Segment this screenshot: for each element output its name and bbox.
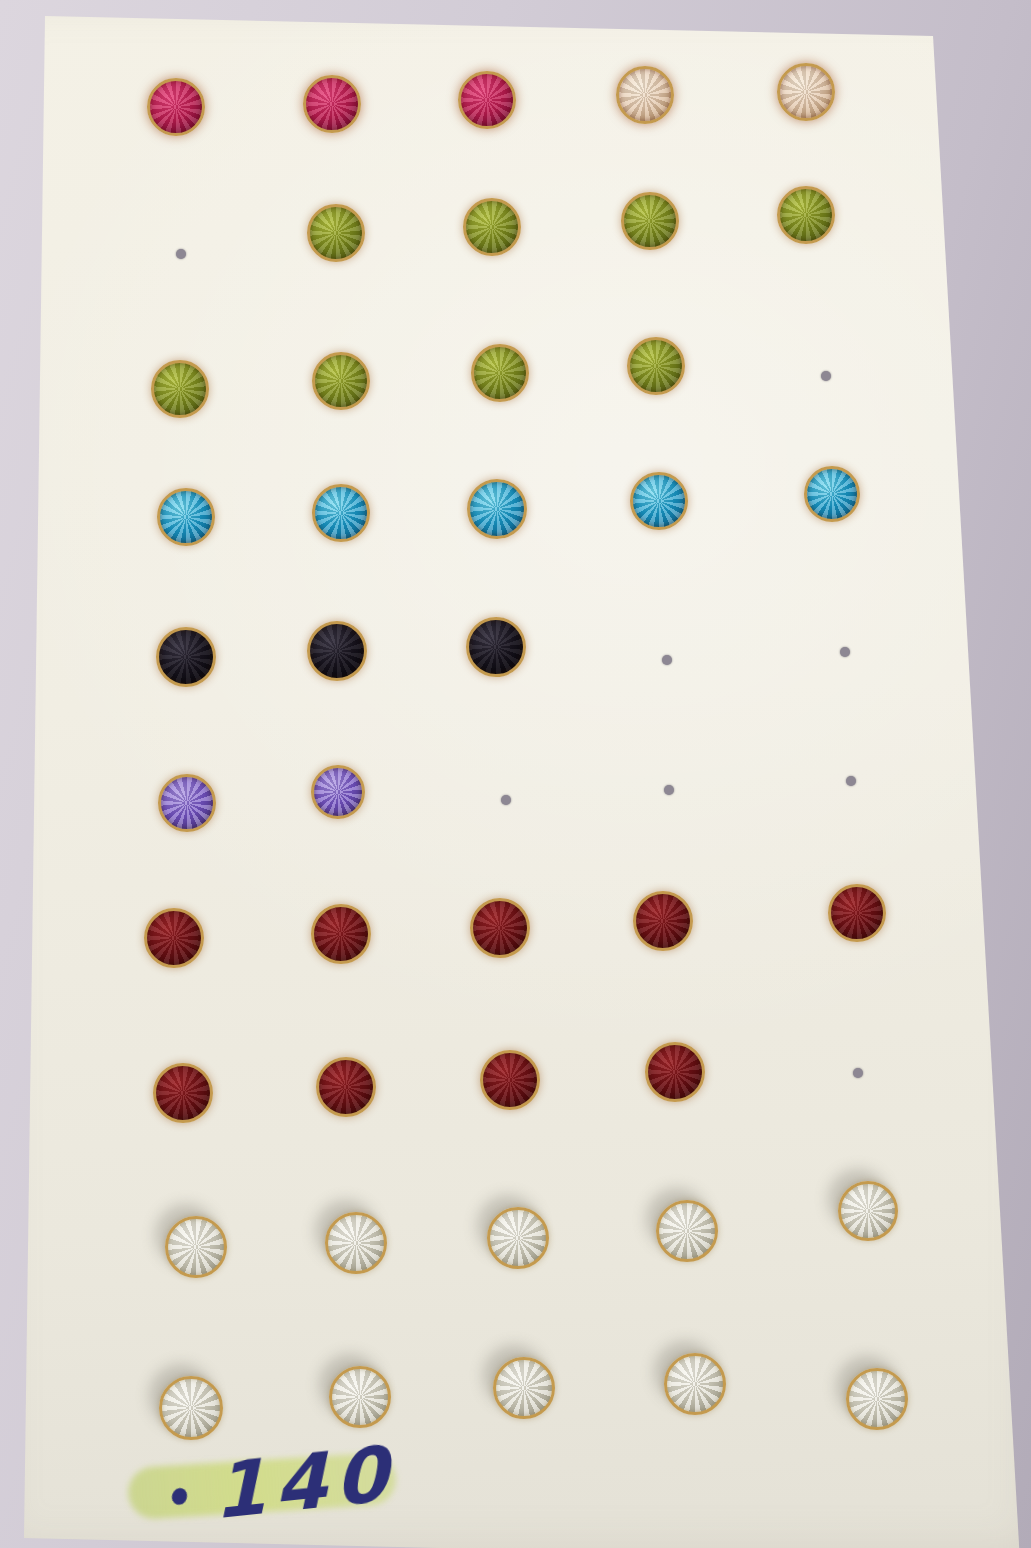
photo-scene: 140 <box>0 0 1031 1548</box>
stud-clear-r9c5 <box>838 1181 898 1241</box>
empty-pin-hole-r6c3 <box>501 795 511 805</box>
stud-olive-r3c1 <box>151 360 209 418</box>
stud-garnet-r7c3 <box>470 898 530 958</box>
stud-black-r5c1 <box>156 627 216 687</box>
stud-ruby-r1c3 <box>458 71 516 129</box>
stud-purple-r6c1 <box>158 774 216 832</box>
stud-black-r5c2 <box>307 621 367 681</box>
stud-olive-r2c2 <box>307 204 365 262</box>
stud-clear-r10c3 <box>493 1357 555 1419</box>
handwritten-price: 140 <box>212 1428 397 1536</box>
stud-clear-r10c4 <box>664 1353 726 1415</box>
empty-pin-hole-r3c5 <box>821 371 831 381</box>
stud-champagne-r1c4 <box>616 66 674 124</box>
stud-garnet-r8c1 <box>153 1063 213 1123</box>
empty-pin-hole-r6c4 <box>664 785 674 795</box>
stud-blue-r4c1 <box>157 488 215 546</box>
stud-olive-r2c4 <box>621 192 679 250</box>
empty-pin-hole-r8c5 <box>853 1068 863 1078</box>
stud-garnet-r7c2 <box>311 904 371 964</box>
stud-olive-r3c4 <box>627 337 685 395</box>
stud-olive-r2c3 <box>463 198 521 256</box>
stud-olive-r3c2 <box>312 352 370 410</box>
stud-clear-r10c2 <box>329 1366 391 1428</box>
stud-blue-r4c3 <box>467 479 527 539</box>
stud-clear-r10c5 <box>846 1368 908 1430</box>
stud-clear-r9c1 <box>165 1216 227 1278</box>
stud-blue-r4c5 <box>804 466 860 522</box>
stud-purple-r6c2 <box>311 765 365 819</box>
stud-garnet-r7c1 <box>144 908 204 968</box>
stud-blue-r4c2 <box>312 484 370 542</box>
stud-olive-r2c5 <box>777 186 835 244</box>
stud-garnet-r8c3 <box>480 1050 540 1110</box>
stud-clear-r10c1 <box>159 1376 223 1440</box>
empty-pin-hole-r2c1 <box>176 249 186 259</box>
stud-clear-r9c3 <box>487 1207 549 1269</box>
stud-garnet-r8c2 <box>316 1057 376 1117</box>
stud-olive-r3c3 <box>471 344 529 402</box>
stud-garnet-r8c4 <box>645 1042 705 1102</box>
stud-ruby-r1c2 <box>303 75 361 133</box>
empty-pin-hole-r5c5 <box>840 647 850 657</box>
stud-clear-r9c4 <box>656 1200 718 1262</box>
stud-blue-r4c4 <box>630 472 688 530</box>
stud-champagne-r1c5 <box>777 63 835 121</box>
stud-black-r5c3 <box>466 617 526 677</box>
stud-ruby-r1c1 <box>147 78 205 136</box>
empty-pin-hole-r5c4 <box>662 655 672 665</box>
stud-garnet-r7c4 <box>633 891 693 951</box>
stud-garnet-r7c5 <box>828 884 886 942</box>
empty-pin-hole-r6c5 <box>846 776 856 786</box>
stud-clear-r9c2 <box>325 1212 387 1274</box>
